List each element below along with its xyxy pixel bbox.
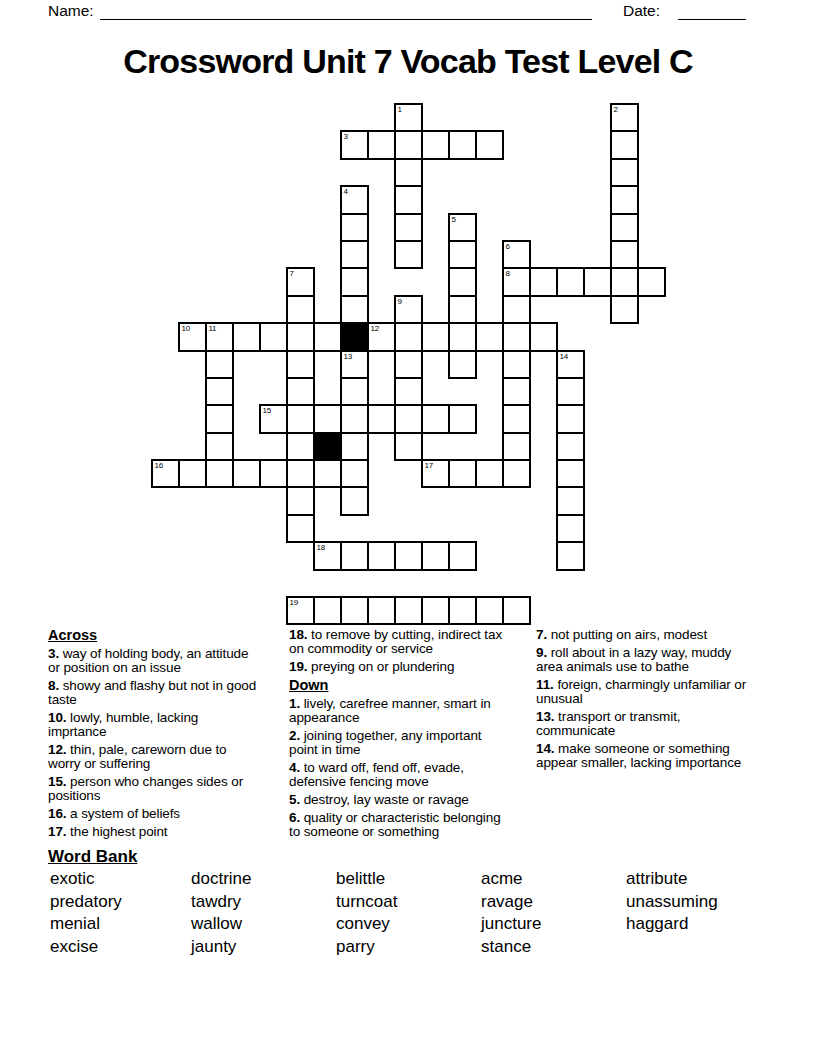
grid-cell-r16-c9[interactable] (394, 541, 423, 570)
clue-number-3: 3 (344, 132, 348, 141)
word-bank-word-unassuming: unassuming (626, 891, 790, 914)
grid-cell-r9-c11[interactable] (448, 350, 477, 379)
grid-cell-r12-c9[interactable] (394, 432, 423, 461)
clue-num: 19. (289, 659, 307, 674)
clue-11: 11. foreign, charmingly unfamiliar or un… (536, 678, 756, 706)
grid-cell-r6-c7[interactable] (340, 267, 369, 296)
grid-cell-r14-c7[interactable] (340, 486, 369, 515)
word-bank-word-doctrine: doctrine (191, 868, 336, 891)
grid-cell-r16-c7[interactable] (340, 541, 369, 570)
grid-cell-r3-c9[interactable] (394, 185, 423, 214)
grid-cell-r4-c17[interactable] (610, 213, 639, 242)
grid-cell-r11-c7[interactable] (340, 404, 369, 433)
clue-num: 5. (289, 792, 300, 807)
grid-cell-r11-c13[interactable] (502, 404, 531, 433)
clue-13: 13. transport or transmit, communicate (536, 710, 756, 738)
name-blank-line[interactable] (100, 2, 592, 20)
grid-cell-r10-c5[interactable] (286, 377, 315, 406)
grid-cell-r8-c1[interactable]: 10 (178, 322, 207, 351)
word-bank-word-stance: stance (481, 936, 626, 959)
grid-cell-r5-c7[interactable] (340, 240, 369, 269)
grid-cell-r11-c2[interactable] (205, 404, 234, 433)
clue-7: 7. not putting on airs, modest (536, 628, 756, 642)
grid-cell-r18-c5[interactable]: 19 (286, 596, 315, 625)
grid-cell-r13-c10[interactable]: 17 (421, 459, 450, 488)
grid-cell-r12-c13[interactable] (502, 432, 531, 461)
name-label: Name: (48, 2, 94, 20)
grid-cell-r3-c17[interactable] (610, 185, 639, 214)
word-bank-word-convey: convey (336, 913, 481, 936)
grid-cell-r15-c5[interactable] (286, 514, 315, 543)
clue-num: 10. (48, 710, 66, 725)
date-label: Date: (623, 2, 660, 20)
grid-cell-r6-c16[interactable] (583, 267, 612, 296)
page-title: Crossword Unit 7 Vocab Test Level C (0, 42, 816, 81)
grid-cell-r8-c6[interactable] (313, 322, 342, 351)
grid-cell-r4-c11[interactable]: 5 (448, 213, 477, 242)
grid-cell-r13-c6[interactable] (313, 459, 342, 488)
grid-cell-r10-c13[interactable] (502, 377, 531, 406)
word-bank-word-attribute: attribute (626, 868, 790, 891)
clue-17: 17. the highest point (48, 825, 258, 839)
clue-3: 3. way of holding body, an attitude or p… (48, 647, 258, 675)
black-cell-r8-c7 (340, 322, 369, 351)
clue-18: 18. to remove by cutting, indirect tax o… (289, 628, 509, 656)
grid-cell-r8-c8[interactable]: 12 (367, 322, 396, 351)
clue-num: 17. (48, 824, 66, 839)
grid-cell-r13-c3[interactable] (232, 459, 261, 488)
grid-cell-r7-c11[interactable] (448, 295, 477, 324)
grid-cell-r13-c4[interactable] (259, 459, 288, 488)
grid-cell-r11-c8[interactable] (367, 404, 396, 433)
grid-cell-r12-c5[interactable] (286, 432, 315, 461)
clue-num: 11. (536, 677, 554, 692)
grid-cell-r0-c17[interactable]: 2 (610, 103, 639, 132)
grid-cell-r8-c13[interactable] (502, 322, 531, 351)
clue-num: 13. (536, 709, 554, 724)
grid-cell-r6-c14[interactable] (529, 267, 558, 296)
word-bank-word-tawdry: tawdry (191, 891, 336, 914)
grid-cell-r13-c2[interactable] (205, 459, 234, 488)
grid-cell-r2-c17[interactable] (610, 158, 639, 187)
grid-cell-r10-c15[interactable] (556, 377, 585, 406)
grid-cell-r8-c3[interactable] (232, 322, 261, 351)
clue-number-8: 8 (506, 269, 510, 278)
clue-1: 1. lively, carefree manner, smart in app… (289, 697, 509, 725)
clue-num: 18. (289, 627, 307, 642)
clues-column-3: 7. not putting on airs, modest9. roll ab… (536, 628, 756, 774)
grid-cell-r8-c5[interactable] (286, 322, 315, 351)
grid-cell-r13-c7[interactable] (340, 459, 369, 488)
clue-4: 4. to ward off, fend off, evade, defensi… (289, 761, 509, 789)
grid-cell-r0-c9[interactable]: 1 (394, 103, 423, 132)
grid-cell-r9-c2[interactable] (205, 350, 234, 379)
clues-column-2: 18. to remove by cutting, indirect tax o… (289, 628, 509, 843)
grid-cell-r9-c13[interactable] (502, 350, 531, 379)
grid-cell-r8-c2[interactable]: 11 (205, 322, 234, 351)
grid-cell-r13-c11[interactable] (448, 459, 477, 488)
clue-num: 12. (48, 742, 66, 757)
down-header: Down (289, 678, 509, 693)
clue-19: 19. preying on or plundering (289, 660, 509, 674)
grid-cell-r8-c4[interactable] (259, 322, 288, 351)
clue-6: 6. quality or characteristic belonging t… (289, 811, 509, 839)
clue-num: 14. (536, 741, 554, 756)
grid-cell-r5-c9[interactable] (394, 240, 423, 269)
clue-number-7: 7 (290, 269, 294, 278)
grid-cell-r10-c7[interactable] (340, 377, 369, 406)
clue-number-18: 18 (317, 543, 325, 552)
grid-cell-r18-c11[interactable] (448, 596, 477, 625)
clue-12: 12. thin, pale, careworn due to worry or… (48, 743, 258, 771)
word-bank-list: exoticdoctrinebelittleacmeattributepreda… (50, 868, 790, 958)
grid-cell-r13-c13[interactable] (502, 459, 531, 488)
clue-number-16: 16 (155, 461, 163, 470)
grid-cell-r8-c10[interactable] (421, 322, 450, 351)
crossword-grid: 12345678910111213141516171819 (152, 104, 665, 624)
grid-cell-r9-c7[interactable]: 13 (340, 350, 369, 379)
grid-cell-r11-c10[interactable] (421, 404, 450, 433)
word-bank-word-excise: excise (50, 936, 191, 959)
grid-cell-r4-c9[interactable] (394, 213, 423, 242)
grid-cell-r16-c11[interactable] (448, 541, 477, 570)
clue-16: 16. a system of beliefs (48, 807, 258, 821)
grid-cell-r1-c12[interactable] (475, 130, 504, 159)
grid-cell-r10-c2[interactable] (205, 377, 234, 406)
clues-column-1: Across3. way of holding body, an attitud… (48, 628, 258, 843)
clue-number-10: 10 (182, 324, 190, 333)
grid-cell-r12-c2[interactable] (205, 432, 234, 461)
word-bank-word-belittle: belittle (336, 868, 481, 891)
grid-cell-r13-c0[interactable]: 16 (151, 459, 180, 488)
clue-num: 15. (48, 774, 66, 789)
word-bank-word-predatory: predatory (50, 891, 191, 914)
grid-cell-r7-c7[interactable] (340, 295, 369, 324)
grid-cell-r18-c8[interactable] (367, 596, 396, 625)
grid-cell-r1-c17[interactable] (610, 130, 639, 159)
clue-num: 16. (48, 806, 66, 821)
clue-number-9: 9 (398, 297, 402, 306)
word-bank-word-exotic: exotic (50, 868, 191, 891)
clue-9: 9. roll about in a lazy way, muddy area … (536, 646, 756, 674)
grid-cell-r6-c11[interactable] (448, 267, 477, 296)
grid-cell-r16-c10[interactable] (421, 541, 450, 570)
clue-num: 3. (48, 646, 59, 661)
grid-cell-r8-c12[interactable] (475, 322, 504, 351)
grid-cell-r6-c5[interactable]: 7 (286, 267, 315, 296)
grid-cell-r4-c7[interactable] (340, 213, 369, 242)
grid-cell-r14-c15[interactable] (556, 486, 585, 515)
grid-cell-r6-c15[interactable] (556, 267, 585, 296)
grid-cell-r1-c11[interactable] (448, 130, 477, 159)
clue-num: 4. (289, 760, 300, 775)
grid-cell-r11-c15[interactable] (556, 404, 585, 433)
grid-cell-r15-c15[interactable] (556, 514, 585, 543)
word-bank-word-acme: acme (481, 868, 626, 891)
grid-cell-r5-c17[interactable] (610, 240, 639, 269)
grid-cell-r8-c14[interactable] (529, 322, 558, 351)
grid-cell-r11-c9[interactable] (394, 404, 423, 433)
clue-number-15: 15 (263, 406, 271, 415)
grid-cell-r18-c9[interactable] (394, 596, 423, 625)
across-header: Across (48, 628, 258, 643)
grid-cell-r16-c6[interactable]: 18 (313, 541, 342, 570)
grid-cell-r1-c7[interactable]: 3 (340, 130, 369, 159)
word-bank-word-wallow: wallow (191, 913, 336, 936)
word-bank-word-turncoat: turncoat (336, 891, 481, 914)
clue-num: 7. (536, 627, 547, 642)
grid-cell-r9-c5[interactable] (286, 350, 315, 379)
grid-cell-r9-c15[interactable]: 14 (556, 350, 585, 379)
grid-cell-r12-c15[interactable] (556, 432, 585, 461)
grid-cell-r8-c11[interactable] (448, 322, 477, 351)
grid-cell-r5-c11[interactable] (448, 240, 477, 269)
clue-15: 15. person who changes sides or position… (48, 775, 258, 803)
grid-cell-r1-c9[interactable] (394, 130, 423, 159)
grid-cell-r13-c15[interactable] (556, 459, 585, 488)
clue-num: 6. (289, 810, 300, 825)
clue-number-13: 13 (344, 352, 352, 361)
clue-2: 2. joining together, any important point… (289, 729, 509, 757)
clue-number-5: 5 (452, 215, 456, 224)
clue-number-2: 2 (614, 105, 618, 114)
grid-cell-r5-c13[interactable]: 6 (502, 240, 531, 269)
grid-cell-r13-c5[interactable] (286, 459, 315, 488)
grid-cell-r6-c13[interactable]: 8 (502, 267, 531, 296)
grid-cell-r13-c1[interactable] (178, 459, 207, 488)
grid-cell-r11-c5[interactable] (286, 404, 315, 433)
grid-cell-r14-c5[interactable] (286, 486, 315, 515)
clue-num: 8. (48, 678, 59, 693)
clue-8: 8. showy and flashy but not in good tast… (48, 679, 258, 707)
grid-cell-r18-c7[interactable] (340, 596, 369, 625)
word-bank-word-haggard: haggard (626, 913, 790, 936)
grid-cell-r3-c7[interactable]: 4 (340, 185, 369, 214)
grid-cell-r7-c5[interactable] (286, 295, 315, 324)
black-cell-r12-c6 (313, 432, 342, 461)
grid-cell-r16-c15[interactable] (556, 541, 585, 570)
clue-number-4: 4 (344, 187, 348, 196)
date-blank-line[interactable] (678, 2, 746, 20)
word-bank-word-parry: parry (336, 936, 481, 959)
grid-cell-r1-c10[interactable] (421, 130, 450, 159)
grid-cell-r16-c8[interactable] (367, 541, 396, 570)
grid-cell-r18-c13[interactable] (502, 596, 531, 625)
grid-cell-r13-c12[interactable] (475, 459, 504, 488)
grid-cell-r2-c9[interactable] (394, 158, 423, 187)
word-bank-title: Word Bank (48, 847, 137, 867)
grid-cell-r11-c11[interactable] (448, 404, 477, 433)
grid-cell-r6-c17[interactable] (610, 267, 639, 296)
clue-number-11: 11 (209, 324, 217, 333)
grid-cell-r7-c17[interactable] (610, 295, 639, 324)
grid-cell-r10-c9[interactable] (394, 377, 423, 406)
clue-number-12: 12 (371, 324, 379, 333)
clue-number-1: 1 (398, 105, 402, 114)
grid-cell-r11-c4[interactable]: 15 (259, 404, 288, 433)
clue-num: 9. (536, 645, 547, 660)
word-bank-word-jaunty: jaunty (191, 936, 336, 959)
clue-num: 2. (289, 728, 300, 743)
grid-cell-r18-c12[interactable] (475, 596, 504, 625)
grid-cell-r11-c6[interactable] (313, 404, 342, 433)
clue-5: 5. destroy, lay waste or ravage (289, 793, 509, 807)
word-bank-word-ravage: ravage (481, 891, 626, 914)
clue-number-14: 14 (560, 352, 568, 361)
grid-cell-r8-c9[interactable] (394, 322, 423, 351)
word-bank-word-menial: menial (50, 913, 191, 936)
grid-cell-r18-c6[interactable] (313, 596, 342, 625)
grid-cell-r6-c18[interactable] (637, 267, 666, 296)
clue-number-17: 17 (425, 461, 433, 470)
worksheet-page: Name: Date: Crossword Unit 7 Vocab Test … (0, 0, 816, 1056)
grid-cell-r7-c13[interactable] (502, 295, 531, 324)
grid-cell-r12-c7[interactable] (340, 432, 369, 461)
grid-cell-r1-c8[interactable] (367, 130, 396, 159)
word-bank-word-juncture: juncture (481, 913, 626, 936)
grid-cell-r7-c9[interactable]: 9 (394, 295, 423, 324)
clue-10: 10. lowly, humble, lacking imprtance (48, 711, 258, 739)
clue-number-19: 19 (290, 598, 298, 607)
grid-cell-r18-c10[interactable] (421, 596, 450, 625)
clue-number-6: 6 (506, 242, 510, 251)
clue-14: 14. make someone or something appear sma… (536, 742, 756, 770)
grid-cell-r9-c9[interactable] (394, 350, 423, 379)
clue-num: 1. (289, 696, 300, 711)
